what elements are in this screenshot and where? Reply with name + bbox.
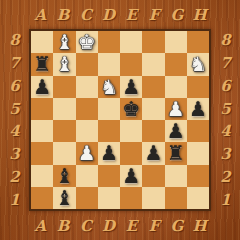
square-d5[interactable]: [98, 98, 120, 120]
square-g3[interactable]: ♜: [165, 142, 187, 164]
square-h8[interactable]: [187, 31, 209, 53]
square-d4[interactable]: [98, 120, 120, 142]
square-c1[interactable]: [76, 187, 98, 209]
rank-label-2: 2: [211, 166, 240, 189]
rank-labels-left: 87654321: [0, 29, 29, 211]
file-label-c: C: [75, 211, 98, 240]
square-c2[interactable]: [76, 165, 98, 187]
file-labels-bottom: ABCDEFGH: [29, 211, 211, 240]
square-b2[interactable]: ♝: [53, 165, 75, 187]
file-label-f: F: [143, 0, 166, 29]
piece-black-pawn-d3[interactable]: ♟: [100, 143, 118, 163]
square-e6[interactable]: ♟: [120, 76, 142, 98]
square-a3[interactable]: [31, 142, 53, 164]
file-label-b: B: [52, 211, 75, 240]
square-a6[interactable]: ♟: [31, 76, 53, 98]
piece-white-king-c8[interactable]: ♚: [78, 32, 96, 52]
square-g7[interactable]: [165, 53, 187, 75]
piece-black-rook-a7[interactable]: ♜: [33, 54, 51, 74]
square-e3[interactable]: [120, 142, 142, 164]
square-f2[interactable]: [142, 165, 164, 187]
square-b8[interactable]: ♝: [53, 31, 75, 53]
square-h6[interactable]: [187, 76, 209, 98]
square-d3[interactable]: ♟: [98, 142, 120, 164]
rank-labels-right: 87654321: [211, 29, 240, 211]
rank-label-6: 6: [0, 75, 29, 98]
rank-label-3: 3: [211, 143, 240, 166]
square-h2[interactable]: [187, 165, 209, 187]
piece-white-knight-d6[interactable]: ♞: [100, 77, 118, 97]
rank-label-3: 3: [0, 143, 29, 166]
file-label-d: D: [97, 0, 120, 29]
piece-white-pawn-g5[interactable]: ♟: [167, 99, 185, 119]
piece-black-rook-g3[interactable]: ♜: [167, 143, 185, 163]
rank-label-8: 8: [211, 29, 240, 52]
file-label-h: H: [188, 0, 211, 29]
square-a1[interactable]: [31, 187, 53, 209]
square-h5[interactable]: ♟: [187, 98, 209, 120]
square-d1[interactable]: [98, 187, 120, 209]
rank-label-7: 7: [211, 52, 240, 75]
square-e4[interactable]: [120, 120, 142, 142]
file-label-e: E: [120, 0, 143, 29]
piece-white-pawn-c3[interactable]: ♟: [78, 143, 96, 163]
piece-black-bishop-b1[interactable]: ♝: [55, 188, 73, 208]
square-c7[interactable]: [76, 53, 98, 75]
chess-board: ♝♚♜♝♞♟♞♟♚♟♟♟♟♟♟♜♝♟♝: [29, 29, 211, 211]
piece-black-pawn-e6[interactable]: ♟: [122, 77, 140, 97]
piece-black-pawn-a6[interactable]: ♟: [33, 77, 51, 97]
square-b5[interactable]: [53, 98, 75, 120]
file-labels-top: ABCDEFGH: [29, 0, 211, 29]
square-a7[interactable]: ♜: [31, 53, 53, 75]
square-g8[interactable]: [165, 31, 187, 53]
rank-label-5: 5: [0, 97, 29, 120]
square-h1[interactable]: [187, 187, 209, 209]
square-f4[interactable]: [142, 120, 164, 142]
square-f6[interactable]: [142, 76, 164, 98]
square-e1[interactable]: [120, 187, 142, 209]
file-label-e: E: [120, 211, 143, 240]
square-f7[interactable]: [142, 53, 164, 75]
piece-white-bishop-b7[interactable]: ♝: [55, 54, 73, 74]
file-label-c: C: [75, 0, 98, 29]
square-c8[interactable]: ♚: [76, 31, 98, 53]
square-e5[interactable]: ♚: [120, 98, 142, 120]
square-e8[interactable]: [120, 31, 142, 53]
square-g6[interactable]: [165, 76, 187, 98]
square-f5[interactable]: [142, 98, 164, 120]
file-label-f: F: [143, 211, 166, 240]
square-f1[interactable]: [142, 187, 164, 209]
square-f8[interactable]: [142, 31, 164, 53]
rank-label-6: 6: [211, 75, 240, 98]
file-label-a: A: [29, 0, 52, 29]
square-d8[interactable]: [98, 31, 120, 53]
chessboard-screenshot: ABCDEFGH ABCDEFGH 87654321 87654321 ♝♚♜♝…: [0, 0, 240, 240]
rank-label-2: 2: [0, 166, 29, 189]
square-c3[interactable]: ♟: [76, 142, 98, 164]
piece-black-bishop-b2[interactable]: ♝: [55, 166, 73, 186]
square-c6[interactable]: [76, 76, 98, 98]
square-d6[interactable]: ♞: [98, 76, 120, 98]
square-a2[interactable]: [31, 165, 53, 187]
square-a8[interactable]: [31, 31, 53, 53]
square-d7[interactable]: [98, 53, 120, 75]
square-f3[interactable]: ♟: [142, 142, 164, 164]
square-g4[interactable]: ♟: [165, 120, 187, 142]
square-g5[interactable]: ♟: [165, 98, 187, 120]
square-g2[interactable]: [165, 165, 187, 187]
piece-black-king-e5[interactable]: ♚: [122, 99, 140, 119]
rank-label-7: 7: [0, 52, 29, 75]
rank-label-1: 1: [211, 188, 240, 211]
square-b6[interactable]: [53, 76, 75, 98]
file-label-d: D: [97, 211, 120, 240]
square-b4[interactable]: [53, 120, 75, 142]
piece-white-knight-h7[interactable]: ♞: [189, 54, 207, 74]
file-label-h: H: [188, 211, 211, 240]
piece-white-bishop-b8[interactable]: ♝: [55, 32, 73, 52]
square-c4[interactable]: [76, 120, 98, 142]
square-g1[interactable]: [165, 187, 187, 209]
square-h4[interactable]: [187, 120, 209, 142]
square-h3[interactable]: [187, 142, 209, 164]
file-label-g: G: [166, 0, 189, 29]
square-b1[interactable]: ♝: [53, 187, 75, 209]
rank-label-1: 1: [0, 188, 29, 211]
piece-black-pawn-h5[interactable]: ♟: [189, 99, 207, 119]
file-label-a: A: [29, 211, 52, 240]
file-label-b: B: [52, 0, 75, 29]
piece-black-pawn-f3[interactable]: ♟: [144, 143, 162, 163]
square-b7[interactable]: ♝: [53, 53, 75, 75]
rank-label-5: 5: [211, 97, 240, 120]
square-h7[interactable]: ♞: [187, 53, 209, 75]
square-a5[interactable]: [31, 98, 53, 120]
piece-black-pawn-g4[interactable]: ♟: [167, 121, 185, 141]
square-a4[interactable]: [31, 120, 53, 142]
rank-label-4: 4: [0, 120, 29, 143]
piece-black-pawn-e2[interactable]: ♟: [122, 166, 140, 186]
rank-label-4: 4: [211, 120, 240, 143]
square-e7[interactable]: [120, 53, 142, 75]
rank-label-8: 8: [0, 29, 29, 52]
square-b3[interactable]: [53, 142, 75, 164]
square-d2[interactable]: [98, 165, 120, 187]
square-c5[interactable]: [76, 98, 98, 120]
file-label-g: G: [166, 211, 189, 240]
square-e2[interactable]: ♟: [120, 165, 142, 187]
